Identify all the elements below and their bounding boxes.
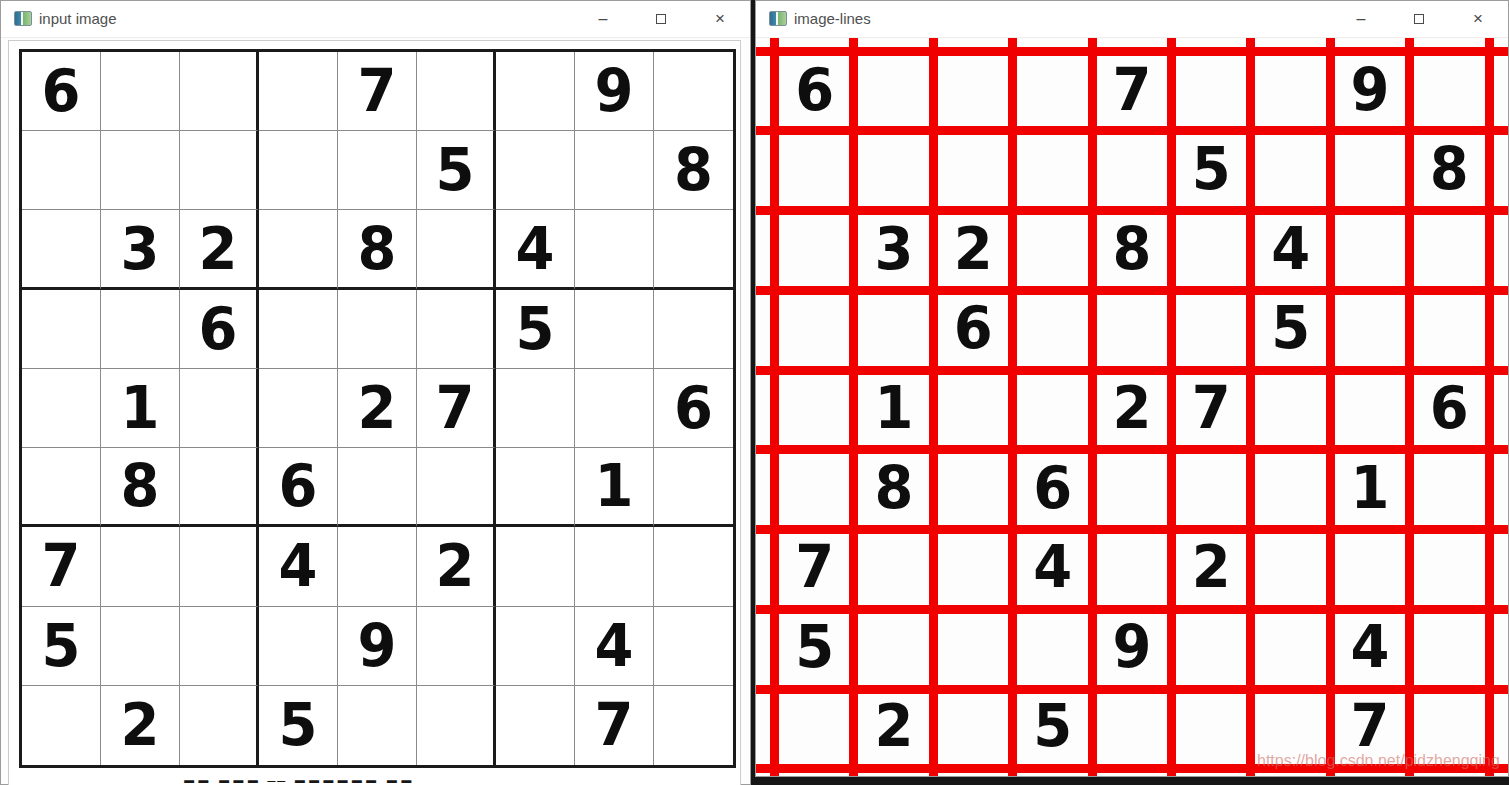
sudoku-cell: 4 bbox=[1013, 527, 1092, 607]
sudoku-cell bbox=[1013, 209, 1092, 289]
sudoku-cell: 6 bbox=[654, 369, 733, 448]
sudoku-cell bbox=[1410, 209, 1489, 289]
sudoku-cell: 7 bbox=[575, 686, 654, 765]
sudoku-cell: 6 bbox=[934, 289, 1013, 369]
sudoku-cell bbox=[417, 210, 496, 289]
window-title: input image bbox=[39, 10, 117, 27]
sudoku-cell bbox=[1410, 448, 1489, 528]
sudoku-cell bbox=[934, 448, 1013, 528]
sudoku-cell bbox=[417, 52, 496, 131]
sudoku-cell: 4 bbox=[1251, 209, 1330, 289]
sudoku-cell bbox=[1092, 686, 1171, 766]
sudoku-cell: 4 bbox=[1330, 607, 1409, 687]
sudoku-cell bbox=[259, 210, 338, 289]
sudoku-cell bbox=[1172, 50, 1251, 130]
sudoku-cell bbox=[1410, 50, 1489, 130]
sudoku-cell bbox=[417, 686, 496, 765]
sudoku-cell: 8 bbox=[1092, 209, 1171, 289]
sudoku-cell bbox=[1330, 368, 1409, 448]
sudoku-cell bbox=[1330, 209, 1409, 289]
minimize-button[interactable]: – bbox=[581, 1, 625, 37]
sudoku-cell: 6 bbox=[22, 52, 101, 131]
sudoku-cell: 9 bbox=[575, 52, 654, 131]
maximize-button[interactable] bbox=[1397, 1, 1441, 37]
sudoku-cell bbox=[775, 448, 854, 528]
sudoku-cell: 7 bbox=[1092, 50, 1171, 130]
sudoku-cell bbox=[934, 368, 1013, 448]
sudoku-cell bbox=[496, 369, 575, 448]
sudoku-digit: 2 bbox=[436, 537, 475, 596]
sudoku-cell bbox=[854, 607, 933, 687]
sudoku-cell bbox=[1172, 209, 1251, 289]
sudoku-cell bbox=[180, 607, 259, 686]
sudoku-cell: 9 bbox=[338, 607, 417, 686]
sudoku-cell bbox=[259, 369, 338, 448]
sudoku-cell: 9 bbox=[1330, 50, 1409, 130]
close-button[interactable]: × bbox=[698, 1, 742, 37]
sudoku-digit: 7 bbox=[1192, 379, 1231, 438]
sudoku-cell: 4 bbox=[575, 607, 654, 686]
sudoku-cell: 7 bbox=[417, 369, 496, 448]
input-image-window: input image – × 679583284651276861742594… bbox=[0, 0, 751, 785]
sudoku-digit: 1 bbox=[1351, 458, 1390, 517]
sudoku-cell: 2 bbox=[417, 527, 496, 606]
sudoku-cell bbox=[575, 210, 654, 289]
sudoku-cell bbox=[854, 527, 933, 607]
sudoku-cell: 1 bbox=[854, 368, 933, 448]
sudoku-digit: 7 bbox=[42, 537, 81, 596]
sudoku-digit: 5 bbox=[1271, 299, 1310, 358]
maximize-icon bbox=[1414, 14, 1424, 24]
sudoku-cell: 2 bbox=[854, 686, 933, 766]
sudoku-cell bbox=[854, 130, 933, 210]
sudoku-cell bbox=[654, 607, 733, 686]
sudoku-cell: 5 bbox=[1251, 289, 1330, 369]
sudoku-cell bbox=[934, 607, 1013, 687]
close-button[interactable]: × bbox=[1456, 1, 1500, 37]
sudoku-cell: 2 bbox=[101, 686, 180, 765]
sudoku-digit: 9 bbox=[595, 62, 634, 121]
sudoku-cell bbox=[575, 290, 654, 369]
window-title: image-lines bbox=[794, 10, 871, 27]
sudoku-cell bbox=[1410, 289, 1489, 369]
sudoku-cell bbox=[934, 130, 1013, 210]
sudoku-cell bbox=[180, 448, 259, 527]
sudoku-cell: 5 bbox=[1172, 130, 1251, 210]
sudoku-cell bbox=[1172, 448, 1251, 528]
sudoku-cell bbox=[417, 448, 496, 527]
sudoku-digit: 8 bbox=[875, 458, 914, 517]
sudoku-cell bbox=[22, 686, 101, 765]
sudoku-cell: 2 bbox=[338, 369, 417, 448]
sudoku-cell bbox=[775, 368, 854, 448]
sudoku-cell bbox=[1013, 289, 1092, 369]
sudoku-digit: 2 bbox=[199, 219, 238, 278]
sudoku-digit: 7 bbox=[1113, 60, 1152, 119]
sudoku-cell bbox=[22, 131, 101, 210]
sudoku-digit: 6 bbox=[1033, 458, 1072, 517]
sudoku-cell bbox=[180, 686, 259, 765]
input-image-canvas: 679583284651276861742594257 ▬▬ ▬▬▬ ── ▬▬… bbox=[1, 38, 750, 784]
sudoku-cell bbox=[1251, 368, 1330, 448]
sudoku-digit: 5 bbox=[436, 141, 475, 200]
sudoku-digit: 7 bbox=[795, 538, 834, 597]
sudoku-digit: 8 bbox=[1113, 219, 1152, 278]
sudoku-digit: 3 bbox=[875, 219, 914, 278]
sudoku-cell: 1 bbox=[101, 369, 180, 448]
sudoku-digit: 1 bbox=[875, 379, 914, 438]
sudoku-digit: 8 bbox=[1430, 140, 1469, 199]
sudoku-digit: 9 bbox=[1113, 617, 1152, 676]
sudoku-digit: 6 bbox=[279, 457, 318, 516]
sudoku-cell: 6 bbox=[1013, 448, 1092, 528]
sudoku-cell bbox=[1330, 289, 1409, 369]
sudoku-cell: 4 bbox=[259, 527, 338, 606]
sudoku-digit: 8 bbox=[674, 141, 713, 200]
sudoku-cell bbox=[1172, 686, 1251, 766]
sudoku-cell bbox=[180, 52, 259, 131]
sudoku-cell bbox=[775, 686, 854, 766]
sudoku-cell bbox=[101, 527, 180, 606]
sudoku-cell: 1 bbox=[1330, 448, 1409, 528]
sudoku-cell bbox=[1092, 130, 1171, 210]
sudoku-cell bbox=[22, 448, 101, 527]
sudoku-digit: 1 bbox=[121, 379, 160, 438]
sudoku-digit: 7 bbox=[595, 696, 634, 755]
sudoku-cell: 1 bbox=[575, 448, 654, 527]
sudoku-digit: 2 bbox=[121, 696, 160, 755]
sudoku-cell bbox=[338, 131, 417, 210]
sudoku-cell bbox=[22, 369, 101, 448]
sudoku-cell bbox=[854, 50, 933, 130]
sudoku-digit: 7 bbox=[1351, 697, 1390, 756]
sudoku-cell bbox=[259, 290, 338, 369]
sudoku-board-input: 679583284651276861742594257 bbox=[19, 49, 736, 768]
sudoku-cell bbox=[775, 209, 854, 289]
sudoku-cell: 7 bbox=[338, 52, 417, 131]
sudoku-digit: 9 bbox=[358, 616, 397, 675]
sudoku-cell bbox=[1172, 289, 1251, 369]
sudoku-cell: 6 bbox=[1410, 368, 1489, 448]
sudoku-cell bbox=[1251, 607, 1330, 687]
sudoku-cell bbox=[775, 289, 854, 369]
sudoku-cell: 7 bbox=[775, 527, 854, 607]
sudoku-digit: 4 bbox=[1033, 538, 1072, 597]
sudoku-cell bbox=[496, 131, 575, 210]
sudoku-cell bbox=[654, 290, 733, 369]
sudoku-cell bbox=[417, 290, 496, 369]
sudoku-cell bbox=[1330, 527, 1409, 607]
sudoku-cell bbox=[496, 52, 575, 131]
sudoku-cell bbox=[1092, 289, 1171, 369]
sudoku-cell bbox=[1251, 527, 1330, 607]
sudoku-digit: 6 bbox=[795, 60, 834, 119]
sudoku-cell bbox=[180, 527, 259, 606]
opencv-window-icon bbox=[14, 11, 32, 26]
sudoku-cell bbox=[654, 527, 733, 606]
sudoku-cell bbox=[496, 686, 575, 765]
sudoku-digit: 5 bbox=[279, 696, 318, 755]
sudoku-cell bbox=[101, 131, 180, 210]
sudoku-digit: 5 bbox=[1192, 140, 1231, 199]
sudoku-cell bbox=[1330, 130, 1409, 210]
sudoku-cell bbox=[259, 131, 338, 210]
sudoku-cell: 7 bbox=[1172, 368, 1251, 448]
desktop-background: input image – × 679583284651276861742594… bbox=[0, 0, 1509, 785]
sudoku-digit: 4 bbox=[516, 219, 555, 278]
clipped-caption-text: ▬▬ ▬▬▬ ── ▬▬▬▬▬▬ ▬▬ ▬▬▬▬▬ ▬ ◆ bbox=[183, 775, 473, 783]
sudoku-digit: 2 bbox=[875, 697, 914, 756]
sudoku-cell: 2 bbox=[1092, 368, 1171, 448]
sudoku-cell: 6 bbox=[180, 290, 259, 369]
maximize-button[interactable] bbox=[639, 1, 683, 37]
sudoku-cell: 2 bbox=[1172, 527, 1251, 607]
sudoku-digit: 5 bbox=[516, 299, 555, 358]
sudoku-cell: 7 bbox=[22, 527, 101, 606]
sudoku-cell: 3 bbox=[101, 210, 180, 289]
sudoku-cell bbox=[22, 210, 101, 289]
sudoku-cell bbox=[1013, 50, 1092, 130]
sudoku-cell bbox=[338, 527, 417, 606]
sudoku-cell bbox=[496, 448, 575, 527]
sudoku-digit: 3 bbox=[121, 219, 160, 278]
sudoku-cell bbox=[259, 607, 338, 686]
sudoku-cell: 8 bbox=[654, 131, 733, 210]
sudoku-digit: 4 bbox=[279, 537, 318, 596]
sudoku-cell bbox=[1410, 607, 1489, 687]
sudoku-cell bbox=[1251, 130, 1330, 210]
sudoku-board-lines: 679583284651276861742594257 bbox=[775, 50, 1489, 766]
sudoku-cell: 6 bbox=[775, 50, 854, 130]
sudoku-cell bbox=[934, 686, 1013, 766]
sudoku-cell bbox=[338, 290, 417, 369]
sudoku-digit: 6 bbox=[199, 299, 238, 358]
sudoku-digit: 6 bbox=[42, 62, 81, 121]
sudoku-cell bbox=[338, 686, 417, 765]
sudoku-cell bbox=[654, 210, 733, 289]
sudoku-cell bbox=[417, 607, 496, 686]
sudoku-cell bbox=[1251, 448, 1330, 528]
sudoku-digit: 2 bbox=[1192, 538, 1231, 597]
sudoku-cell bbox=[101, 290, 180, 369]
sudoku-cell: 4 bbox=[496, 210, 575, 289]
sudoku-cell bbox=[654, 686, 733, 765]
sudoku-digit: 5 bbox=[1033, 697, 1072, 756]
image-lines-titlebar[interactable]: image-lines – × bbox=[756, 1, 1508, 38]
sudoku-cell: 3 bbox=[854, 209, 933, 289]
image-lines-window: image-lines – × 679583284651276861742594… bbox=[755, 0, 1509, 777]
sudoku-cell bbox=[775, 130, 854, 210]
maximize-icon bbox=[656, 14, 666, 24]
sudoku-cell bbox=[654, 52, 733, 131]
sudoku-digit: 4 bbox=[595, 616, 634, 675]
sudoku-cell bbox=[575, 131, 654, 210]
sudoku-digit: 5 bbox=[795, 617, 834, 676]
sudoku-cell: 8 bbox=[101, 448, 180, 527]
sudoku-digit: 5 bbox=[42, 616, 81, 675]
sudoku-digit: 2 bbox=[954, 219, 993, 278]
input-image-titlebar[interactable]: input image – × bbox=[1, 1, 750, 38]
sudoku-cell bbox=[1092, 448, 1171, 528]
sudoku-cell bbox=[1013, 607, 1092, 687]
sudoku-cell: 5 bbox=[259, 686, 338, 765]
sudoku-cell bbox=[496, 527, 575, 606]
sudoku-cell bbox=[101, 52, 180, 131]
sudoku-cell: 8 bbox=[854, 448, 933, 528]
sudoku-cell bbox=[575, 527, 654, 606]
sudoku-cell: 8 bbox=[338, 210, 417, 289]
sudoku-cell bbox=[1410, 527, 1489, 607]
sudoku-cell bbox=[259, 52, 338, 131]
sudoku-cell: 2 bbox=[934, 209, 1013, 289]
sudoku-cell bbox=[101, 607, 180, 686]
sudoku-digit: 8 bbox=[121, 457, 160, 516]
sudoku-cell bbox=[854, 289, 933, 369]
sudoku-cell bbox=[1013, 130, 1092, 210]
sudoku-digit: 7 bbox=[358, 62, 397, 121]
sudoku-cell: 5 bbox=[775, 607, 854, 687]
sudoku-cell: 5 bbox=[22, 607, 101, 686]
sudoku-cell: 6 bbox=[259, 448, 338, 527]
sudoku-digit: 2 bbox=[358, 379, 397, 438]
sudoku-digit: 4 bbox=[1271, 219, 1310, 278]
sudoku-digit: 6 bbox=[954, 299, 993, 358]
sudoku-digit: 7 bbox=[436, 379, 475, 438]
sudoku-digit: 8 bbox=[358, 219, 397, 278]
sudoku-cell bbox=[338, 448, 417, 527]
sudoku-cell bbox=[180, 131, 259, 210]
sudoku-cell bbox=[575, 369, 654, 448]
sudoku-cell bbox=[22, 290, 101, 369]
opencv-window-icon bbox=[769, 11, 787, 26]
sudoku-cell bbox=[1092, 527, 1171, 607]
sudoku-cell: 5 bbox=[1013, 686, 1092, 766]
sudoku-cell: 2 bbox=[180, 210, 259, 289]
sudoku-digit: 2 bbox=[1113, 379, 1152, 438]
sudoku-cell bbox=[1013, 368, 1092, 448]
sudoku-digit: 6 bbox=[1430, 379, 1469, 438]
sudoku-cell bbox=[934, 50, 1013, 130]
sudoku-cell bbox=[1251, 50, 1330, 130]
sudoku-cell bbox=[496, 607, 575, 686]
sudoku-digit: 1 bbox=[595, 457, 634, 516]
image-lines-canvas: 679583284651276861742594257 https://blog… bbox=[756, 38, 1508, 776]
sudoku-cell bbox=[934, 527, 1013, 607]
minimize-button[interactable]: – bbox=[1339, 1, 1383, 37]
sudoku-cell bbox=[1172, 607, 1251, 687]
sudoku-cell: 9 bbox=[1092, 607, 1171, 687]
sudoku-digit: 9 bbox=[1351, 60, 1390, 119]
sudoku-cell: 5 bbox=[496, 290, 575, 369]
sudoku-cell bbox=[654, 448, 733, 527]
watermark-url: https://blog.csdn.net/pidzhengqing bbox=[1257, 752, 1500, 770]
sudoku-digit: 6 bbox=[674, 379, 713, 438]
sudoku-cell: 5 bbox=[417, 131, 496, 210]
sudoku-cell: 8 bbox=[1410, 130, 1489, 210]
sudoku-cell bbox=[180, 369, 259, 448]
sudoku-digit: 4 bbox=[1351, 617, 1390, 676]
